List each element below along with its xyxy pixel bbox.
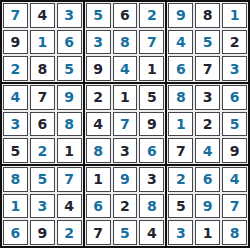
cell-r1c9[interactable]: 1 — [222, 3, 247, 28]
cell-r6c2[interactable]: 2 — [30, 138, 55, 163]
cell-r3c6[interactable]: 1 — [139, 56, 164, 81]
cell-r4c1[interactable]: 4 — [3, 85, 28, 110]
cell-r4c6[interactable]: 5 — [139, 85, 164, 110]
cell-r2c2[interactable]: 1 — [30, 30, 55, 55]
cell-r6c9[interactable]: 9 — [222, 138, 247, 163]
cell-r9c2[interactable]: 9 — [30, 220, 55, 245]
cell-r7c3[interactable]: 7 — [57, 167, 82, 192]
box-1: 743916285 — [2, 2, 83, 82]
cell-r4c5[interactable]: 1 — [113, 85, 138, 110]
box-6: 836125749 — [167, 84, 248, 164]
cell-r5c8[interactable]: 2 — [195, 112, 220, 137]
cell-r1c5[interactable]: 6 — [113, 3, 138, 28]
cell-r6c1[interactable]: 5 — [3, 138, 28, 163]
cell-r8c6[interactable]: 8 — [139, 194, 164, 219]
cell-r4c4[interactable]: 2 — [86, 85, 111, 110]
cell-r6c6[interactable]: 6 — [139, 138, 164, 163]
cell-r9c3[interactable]: 2 — [57, 220, 82, 245]
cell-r1c7[interactable]: 9 — [168, 3, 193, 28]
cell-r5c4[interactable]: 4 — [86, 112, 111, 137]
cell-r9c6[interactable]: 4 — [139, 220, 164, 245]
cell-r1c6[interactable]: 2 — [139, 3, 164, 28]
cell-r2c9[interactable]: 2 — [222, 30, 247, 55]
cell-r7c7[interactable]: 2 — [168, 167, 193, 192]
cell-r7c6[interactable]: 3 — [139, 167, 164, 192]
cell-r9c9[interactable]: 8 — [222, 220, 247, 245]
cell-r4c3[interactable]: 9 — [57, 85, 82, 110]
cell-r8c9[interactable]: 7 — [222, 194, 247, 219]
cell-r1c4[interactable]: 5 — [86, 3, 111, 28]
cell-r7c5[interactable]: 9 — [113, 167, 138, 192]
sudoku-board: 7439162855623879419814526734793685212154… — [0, 0, 250, 248]
cell-r3c4[interactable]: 9 — [86, 56, 111, 81]
cell-r5c6[interactable]: 9 — [139, 112, 164, 137]
cell-r1c2[interactable]: 4 — [30, 3, 55, 28]
cell-r8c8[interactable]: 9 — [195, 194, 220, 219]
cell-r6c4[interactable]: 8 — [86, 138, 111, 163]
cell-r9c7[interactable]: 3 — [168, 220, 193, 245]
cell-r4c2[interactable]: 7 — [30, 85, 55, 110]
cell-r9c5[interactable]: 5 — [113, 220, 138, 245]
cell-r2c4[interactable]: 3 — [86, 30, 111, 55]
cell-r2c6[interactable]: 7 — [139, 30, 164, 55]
cell-r5c9[interactable]: 5 — [222, 112, 247, 137]
cell-r3c9[interactable]: 3 — [222, 56, 247, 81]
cell-r3c7[interactable]: 6 — [168, 56, 193, 81]
cell-r2c3[interactable]: 6 — [57, 30, 82, 55]
cell-r8c2[interactable]: 3 — [30, 194, 55, 219]
cell-r9c8[interactable]: 1 — [195, 220, 220, 245]
cell-r5c1[interactable]: 3 — [3, 112, 28, 137]
cell-r5c5[interactable]: 7 — [113, 112, 138, 137]
cell-r6c5[interactable]: 3 — [113, 138, 138, 163]
cell-r8c4[interactable]: 6 — [86, 194, 111, 219]
cell-r4c8[interactable]: 3 — [195, 85, 220, 110]
box-7: 857134692 — [2, 166, 83, 246]
cell-r2c1[interactable]: 9 — [3, 30, 28, 55]
box-8: 193628754 — [85, 166, 166, 246]
cell-r2c5[interactable]: 8 — [113, 30, 138, 55]
box-3: 981452673 — [167, 2, 248, 82]
cell-r4c9[interactable]: 6 — [222, 85, 247, 110]
cell-r2c8[interactable]: 5 — [195, 30, 220, 55]
cell-r7c2[interactable]: 5 — [30, 167, 55, 192]
cell-r9c4[interactable]: 7 — [86, 220, 111, 245]
cell-r3c3[interactable]: 5 — [57, 56, 82, 81]
box-9: 264597318 — [167, 166, 248, 246]
cell-r3c5[interactable]: 4 — [113, 56, 138, 81]
cell-r1c8[interactable]: 8 — [195, 3, 220, 28]
cell-r7c8[interactable]: 6 — [195, 167, 220, 192]
cell-r5c2[interactable]: 6 — [30, 112, 55, 137]
cell-r4c7[interactable]: 8 — [168, 85, 193, 110]
box-2: 562387941 — [85, 2, 166, 82]
cell-r1c3[interactable]: 3 — [57, 3, 82, 28]
cell-r1c1[interactable]: 7 — [3, 3, 28, 28]
cell-r8c1[interactable]: 1 — [3, 194, 28, 219]
cell-r6c3[interactable]: 1 — [57, 138, 82, 163]
cell-r2c7[interactable]: 4 — [168, 30, 193, 55]
box-4: 479368521 — [2, 84, 83, 164]
box-5: 215479836 — [85, 84, 166, 164]
cell-r6c7[interactable]: 7 — [168, 138, 193, 163]
cell-r5c3[interactable]: 8 — [57, 112, 82, 137]
cell-r9c1[interactable]: 6 — [3, 220, 28, 245]
cell-r3c8[interactable]: 7 — [195, 56, 220, 81]
cell-r3c1[interactable]: 2 — [3, 56, 28, 81]
cell-r6c8[interactable]: 4 — [195, 138, 220, 163]
cell-r7c1[interactable]: 8 — [3, 167, 28, 192]
cell-r7c4[interactable]: 1 — [86, 167, 111, 192]
cell-r8c7[interactable]: 5 — [168, 194, 193, 219]
cell-r3c2[interactable]: 8 — [30, 56, 55, 81]
cell-r5c7[interactable]: 1 — [168, 112, 193, 137]
cell-r8c5[interactable]: 2 — [113, 194, 138, 219]
cell-r8c3[interactable]: 4 — [57, 194, 82, 219]
cell-r7c9[interactable]: 4 — [222, 167, 247, 192]
